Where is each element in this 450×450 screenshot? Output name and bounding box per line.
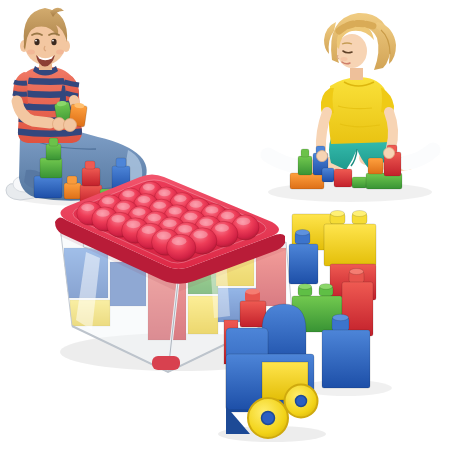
lid-stud-highlight [153,202,166,209]
girl-hand-left [317,151,328,162]
lid-stud-highlight [163,219,177,227]
lid-stud-highlight [142,226,156,234]
girl-sock-left [268,155,300,167]
lid-stud-highlight [184,213,197,221]
girl-neck [350,68,363,80]
lid-stud-highlight [102,197,115,204]
lid-stud-highlight [200,218,214,226]
train-wheel-rear [285,385,318,418]
lid-stud-highlight [143,184,155,191]
lid-stud-highlight [215,224,229,232]
train-wheel-front [248,398,288,438]
lid-stud-highlight [193,231,207,239]
lid-stud-highlight [237,217,251,225]
lid-stud-highlight [132,208,145,215]
lid-stud-highlight [148,214,161,222]
lid-stud-highlight [190,201,203,208]
lid-stud-highlight [172,237,187,245]
girl-sock-right [406,150,433,163]
lid-stud-highlight [138,196,151,203]
lid-stud-highlight [127,220,141,228]
lid-stud-highlight [174,195,187,202]
girl-shirt [321,77,394,144]
girl-hand-right [384,148,395,159]
boy-eye-right [51,39,56,45]
lid-stud-highlight [221,212,234,219]
lid-stud-highlight [178,225,192,233]
scene-illustration [0,0,450,450]
lid-stud-highlight [117,203,130,210]
lid-stud-highlight [205,206,218,213]
lid-stud-highlight [111,215,125,223]
bin-foot [152,356,180,370]
product-photo [0,0,450,450]
lid-stud-highlight [122,190,134,197]
lid-stud-highlight [96,209,109,216]
boy-head [20,8,70,67]
lid-stud-highlight [158,189,170,196]
girl-head [324,13,396,70]
boy-eye-left [34,39,39,45]
boy-figure [6,8,157,206]
lid-stud-highlight [169,207,182,214]
lid-stud-highlight [81,204,94,211]
lid-stud-highlight [157,232,171,240]
boy-hand-right [64,119,77,132]
